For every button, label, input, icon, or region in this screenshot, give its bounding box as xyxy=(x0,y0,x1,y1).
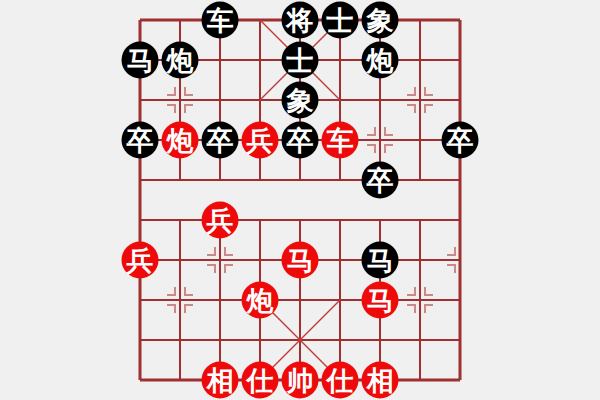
piece-black-soldier[interactable]: 卒 xyxy=(442,122,479,159)
piece-black-horse[interactable]: 马 xyxy=(362,242,399,279)
piece-black-soldier[interactable]: 卒 xyxy=(202,122,239,159)
piece-red-horse[interactable]: 马 xyxy=(362,282,399,319)
piece-red-soldier[interactable]: 兵 xyxy=(122,242,159,279)
piece-black-elephant[interactable]: 象 xyxy=(282,82,319,119)
piece-red-general[interactable]: 帅 xyxy=(282,362,319,399)
piece-red-elephant[interactable]: 相 xyxy=(362,362,399,399)
piece-red-elephant[interactable]: 相 xyxy=(202,362,239,399)
piece-red-cannon[interactable]: 炮 xyxy=(162,122,199,159)
piece-red-advisor[interactable]: 仕 xyxy=(242,362,279,399)
piece-red-soldier[interactable]: 兵 xyxy=(202,202,239,239)
piece-black-general[interactable]: 将 xyxy=(282,2,319,39)
piece-red-soldier[interactable]: 兵 xyxy=(242,122,279,159)
piece-black-elephant[interactable]: 象 xyxy=(362,2,399,39)
piece-black-cannon[interactable]: 炮 xyxy=(162,42,199,79)
piece-black-advisor[interactable]: 士 xyxy=(322,2,359,39)
piece-black-cannon[interactable]: 炮 xyxy=(362,42,399,79)
xiangqi-board: 车将士象马炮士炮象卒炮卒兵卒车卒卒兵兵马马炮马相仕帅仕相 xyxy=(0,0,600,400)
piece-red-chariot[interactable]: 车 xyxy=(322,122,359,159)
pieces-layer: 车将士象马炮士炮象卒炮卒兵卒车卒卒兵兵马马炮马相仕帅仕相 xyxy=(0,0,600,400)
piece-red-horse[interactable]: 马 xyxy=(282,242,319,279)
piece-red-advisor[interactable]: 仕 xyxy=(322,362,359,399)
piece-black-soldier[interactable]: 卒 xyxy=(282,122,319,159)
piece-black-advisor[interactable]: 士 xyxy=(282,42,319,79)
piece-black-chariot[interactable]: 车 xyxy=(202,2,239,39)
piece-black-horse[interactable]: 马 xyxy=(122,42,159,79)
piece-black-soldier[interactable]: 卒 xyxy=(362,162,399,199)
piece-black-soldier[interactable]: 卒 xyxy=(122,122,159,159)
piece-red-cannon[interactable]: 炮 xyxy=(242,282,279,319)
